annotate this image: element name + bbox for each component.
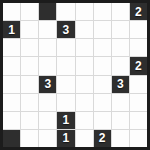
cell-r4c1[interactable]	[3, 57, 20, 74]
cell-r6c5[interactable]	[76, 94, 93, 111]
cell-r7c2[interactable]	[21, 112, 38, 129]
cell-r1c6[interactable]	[94, 3, 111, 20]
cell-r6c2[interactable]	[21, 94, 38, 111]
cell-r8c5[interactable]	[76, 130, 93, 147]
black-cell-r1c3	[39, 3, 56, 20]
clue-cell-r8c6: 2	[94, 130, 111, 147]
cell-r5c6[interactable]	[94, 76, 111, 93]
cell-r1c5[interactable]	[76, 3, 93, 20]
clue-cell-r2c1: 1	[3, 21, 20, 38]
cell-r6c7[interactable]	[112, 94, 129, 111]
cell-r5c2[interactable]	[21, 76, 38, 93]
cell-r7c6[interactable]	[94, 112, 111, 129]
clue-cell-r5c3: 3	[39, 76, 56, 93]
clue-cell-r7c4: 1	[57, 112, 74, 129]
cell-r8c2[interactable]	[21, 130, 38, 147]
akari-board: 213233112	[0, 0, 150, 150]
cell-r1c4[interactable]	[57, 3, 74, 20]
cell-r3c8[interactable]	[130, 39, 147, 56]
cell-r6c4[interactable]	[57, 94, 74, 111]
cell-r8c7[interactable]	[112, 130, 129, 147]
clue-cell-r2c4: 3	[57, 21, 74, 38]
cell-r7c7[interactable]	[112, 112, 129, 129]
cell-r2c5[interactable]	[76, 21, 93, 38]
cell-r2c7[interactable]	[112, 21, 129, 38]
cell-r1c2[interactable]	[21, 3, 38, 20]
cell-r7c1[interactable]	[3, 112, 20, 129]
cell-r3c2[interactable]	[21, 39, 38, 56]
cell-r3c5[interactable]	[76, 39, 93, 56]
cell-r4c7[interactable]	[112, 57, 129, 74]
cell-r1c1[interactable]	[3, 3, 20, 20]
cell-r6c1[interactable]	[3, 94, 20, 111]
cell-r6c6[interactable]	[94, 94, 111, 111]
cell-r4c6[interactable]	[94, 57, 111, 74]
clue-cell-r8c4: 1	[57, 130, 74, 147]
black-cell-r8c1	[3, 130, 20, 147]
cell-r2c2[interactable]	[21, 21, 38, 38]
cell-r6c8[interactable]	[130, 94, 147, 111]
cell-r4c3[interactable]	[39, 57, 56, 74]
cell-r4c5[interactable]	[76, 57, 93, 74]
cell-r8c8[interactable]	[130, 130, 147, 147]
cell-r2c3[interactable]	[39, 21, 56, 38]
cell-r6c3[interactable]	[39, 94, 56, 111]
cell-r3c3[interactable]	[39, 39, 56, 56]
cell-r5c1[interactable]	[3, 76, 20, 93]
cell-r5c8[interactable]	[130, 76, 147, 93]
cell-r7c3[interactable]	[39, 112, 56, 129]
cell-r2c6[interactable]	[94, 21, 111, 38]
clue-cell-r1c8: 2	[130, 3, 147, 20]
cell-r3c1[interactable]	[3, 39, 20, 56]
cell-r3c4[interactable]	[57, 39, 74, 56]
cell-r4c2[interactable]	[21, 57, 38, 74]
cell-r7c5[interactable]	[76, 112, 93, 129]
cell-r4c4[interactable]	[57, 57, 74, 74]
cell-r7c8[interactable]	[130, 112, 147, 129]
cell-r5c5[interactable]	[76, 76, 93, 93]
cell-r8c3[interactable]	[39, 130, 56, 147]
cell-r3c7[interactable]	[112, 39, 129, 56]
cell-r1c7[interactable]	[112, 3, 129, 20]
cell-r2c8[interactable]	[130, 21, 147, 38]
cell-r3c6[interactable]	[94, 39, 111, 56]
clue-cell-r4c8: 2	[130, 57, 147, 74]
cell-r5c4[interactable]	[57, 76, 74, 93]
clue-cell-r5c7: 3	[112, 76, 129, 93]
